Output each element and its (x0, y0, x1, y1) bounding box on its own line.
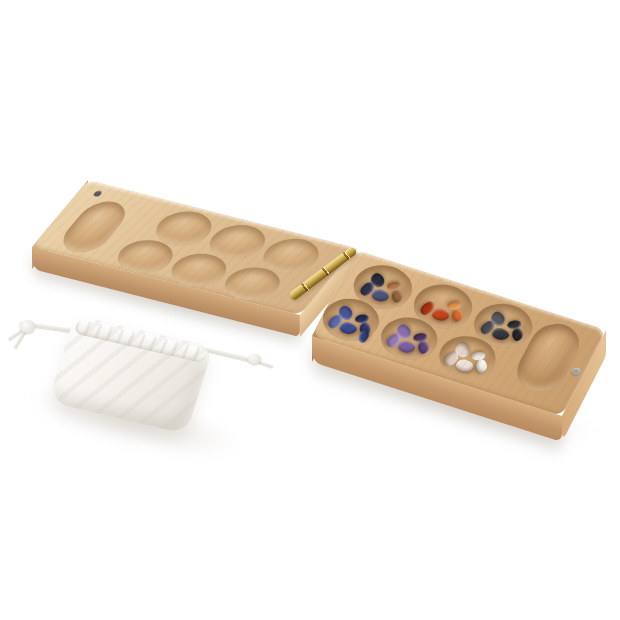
drawstring-knot-left (20, 320, 35, 333)
gemstone-chip (511, 327, 524, 342)
magnet-clasp-dot-left (92, 190, 103, 197)
product-photo-scene (0, 0, 620, 620)
magnet-clasp-dot-right (571, 367, 582, 376)
gemstone-chip (391, 288, 404, 303)
gemstone-chip (356, 330, 370, 344)
bag-drawstring-channel (74, 319, 209, 364)
gemstone-chip (451, 307, 464, 322)
drawstring-knot-right (248, 354, 261, 364)
